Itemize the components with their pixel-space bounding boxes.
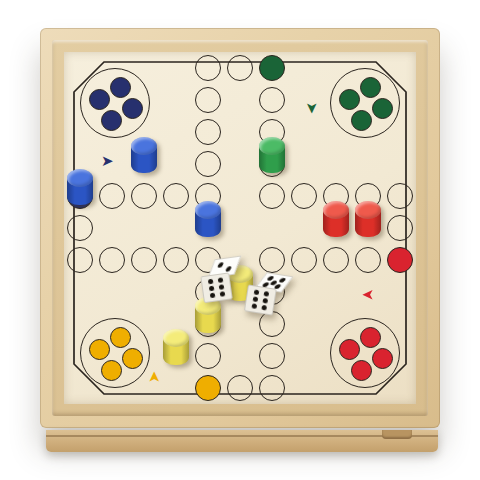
die-pip xyxy=(209,286,215,292)
peg-top xyxy=(259,137,285,155)
product-photo-scene: ➤➤➤➤ xyxy=(0,0,480,480)
die-pip xyxy=(208,279,214,285)
green-home-circle xyxy=(351,110,372,131)
peg-top xyxy=(67,169,93,187)
blue-home-circle xyxy=(101,110,122,131)
peg-top xyxy=(195,201,221,219)
blue-peg[interactable] xyxy=(195,201,221,239)
track-cell[interactable] xyxy=(163,247,189,273)
track-cell[interactable] xyxy=(259,87,285,113)
green-home-circle xyxy=(372,98,393,119)
track-cell[interactable] xyxy=(227,375,253,401)
die-pip xyxy=(261,305,267,311)
track-cell[interactable] xyxy=(195,151,221,177)
die-pip xyxy=(219,291,225,297)
die-front-face-6 xyxy=(200,272,232,303)
die-1[interactable] xyxy=(198,256,238,304)
die-pip xyxy=(209,293,215,299)
track-cell[interactable] xyxy=(67,247,93,273)
red-start-arrow: ➤ xyxy=(358,285,378,305)
track-cell[interactable] xyxy=(259,343,285,369)
die-pip xyxy=(263,291,269,297)
die-pip xyxy=(253,296,259,302)
track-cell[interactable] xyxy=(163,183,189,209)
peg-top xyxy=(131,137,157,155)
ludo-board: ➤➤➤➤ xyxy=(64,52,416,404)
blue-peg[interactable] xyxy=(131,137,157,175)
box-side-panel xyxy=(46,430,438,452)
red-home-circle xyxy=(351,360,372,381)
die-pip xyxy=(218,284,224,290)
track-cell[interactable] xyxy=(99,247,125,273)
track-cell[interactable] xyxy=(259,375,285,401)
green-peg[interactable] xyxy=(259,137,285,175)
yellow-home-circle xyxy=(122,348,143,369)
green-home-circle xyxy=(339,89,360,110)
track-cell[interactable] xyxy=(131,183,157,209)
green-home-circle xyxy=(360,77,381,98)
peg-top xyxy=(323,201,349,219)
red-start-cell[interactable] xyxy=(387,247,413,273)
red-home-circle xyxy=(339,339,360,360)
green-start-arrow: ➤ xyxy=(302,98,322,118)
track-cell[interactable] xyxy=(259,183,285,209)
yellow-home-base xyxy=(80,318,150,388)
track-cell[interactable] xyxy=(67,215,93,241)
blue-home-base xyxy=(80,68,150,138)
blue-home-circle xyxy=(110,77,131,98)
peg-top xyxy=(355,201,381,219)
box-frame: ➤➤➤➤ xyxy=(52,40,428,416)
track-cell[interactable] xyxy=(355,247,381,273)
track-cell[interactable] xyxy=(227,55,253,81)
die-pip xyxy=(217,277,223,283)
yellow-home-circle xyxy=(110,327,131,348)
die-pip xyxy=(217,262,224,268)
wooden-box: ➤➤➤➤ xyxy=(40,28,440,428)
blue-start-arrow: ➤ xyxy=(97,151,117,171)
track-cell[interactable] xyxy=(195,87,221,113)
die-2[interactable] xyxy=(244,268,284,317)
track-cell[interactable] xyxy=(387,215,413,241)
die-pip xyxy=(254,289,260,295)
die-front-face-6 xyxy=(244,284,277,315)
die-pip xyxy=(278,277,286,282)
sliding-lid-groove xyxy=(46,435,438,437)
track-cell[interactable] xyxy=(195,55,221,81)
blue-peg[interactable] xyxy=(67,169,93,207)
green-start-cell[interactable] xyxy=(259,55,285,81)
die-pip xyxy=(252,303,258,309)
red-peg[interactable] xyxy=(323,201,349,239)
red-home-base xyxy=(330,318,400,388)
track-cell[interactable] xyxy=(323,247,349,273)
die-pip xyxy=(262,298,268,304)
blue-home-circle xyxy=(89,89,110,110)
yellow-peg[interactable] xyxy=(163,329,189,367)
track-cell[interactable] xyxy=(195,119,221,145)
die-pip xyxy=(225,266,232,272)
red-home-circle xyxy=(360,327,381,348)
track-cell[interactable] xyxy=(259,247,285,273)
green-home-base xyxy=(330,68,400,138)
yellow-start-cell[interactable] xyxy=(195,375,221,401)
peg-top xyxy=(163,329,189,347)
lid-thumb-notch xyxy=(382,430,412,439)
yellow-home-circle xyxy=(89,339,110,360)
track-cell[interactable] xyxy=(131,247,157,273)
track-cell[interactable] xyxy=(99,183,125,209)
yellow-home-circle xyxy=(101,360,122,381)
track-cell[interactable] xyxy=(291,183,317,209)
red-home-circle xyxy=(372,348,393,369)
blue-home-circle xyxy=(122,98,143,119)
red-peg[interactable] xyxy=(355,201,381,239)
track-cell[interactable] xyxy=(387,183,413,209)
track-cell[interactable] xyxy=(195,343,221,369)
yellow-start-arrow: ➤ xyxy=(144,367,164,387)
track-cell[interactable] xyxy=(291,247,317,273)
board-grid: ➤➤➤➤ xyxy=(64,52,416,404)
